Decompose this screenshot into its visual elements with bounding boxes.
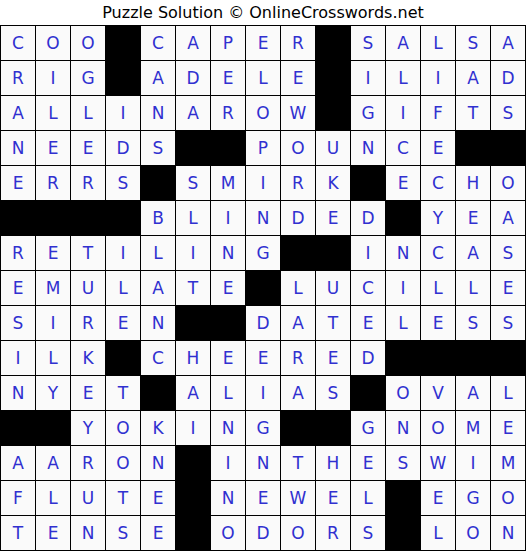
letter-cell: I — [176, 236, 210, 270]
letter-cell: O — [281, 516, 315, 550]
block-cell — [456, 341, 490, 375]
letter-cell: O — [71, 26, 105, 60]
letter-cell: E — [421, 306, 455, 340]
block-cell — [491, 341, 525, 375]
block-cell — [176, 306, 210, 340]
letter-cell: E — [456, 201, 490, 235]
letter-cell: M — [36, 271, 70, 305]
letter-cell: A — [176, 96, 210, 130]
letter-cell: N — [1, 131, 35, 165]
letter-cell: U — [71, 271, 105, 305]
letter-cell: L — [141, 236, 175, 270]
letter-cell: V — [421, 376, 455, 410]
letter-cell: S — [1, 306, 35, 340]
letter-cell: E — [71, 376, 105, 410]
letter-cell: N — [141, 306, 175, 340]
letter-cell: D — [351, 201, 385, 235]
letter-cell: A — [491, 26, 525, 60]
letter-cell: S — [491, 306, 525, 340]
letter-cell: E — [316, 341, 350, 375]
letter-cell: L — [351, 481, 385, 515]
letter-cell: L — [386, 61, 420, 95]
crossword-grid: COOCAPERSALSARIGADELEILIADALLINAROWGIFTS… — [0, 25, 526, 551]
letter-cell: C — [386, 131, 420, 165]
letter-cell: S — [106, 166, 140, 200]
letter-cell: G — [456, 481, 490, 515]
letter-cell: S — [351, 516, 385, 550]
letter-cell: R — [36, 166, 70, 200]
letter-cell: C — [1, 26, 35, 60]
letter-cell: D — [246, 306, 280, 340]
block-cell — [211, 306, 245, 340]
letter-cell: T — [456, 96, 490, 130]
block-cell — [1, 201, 35, 235]
letter-cell: M — [491, 446, 525, 480]
block-cell — [386, 201, 420, 235]
letter-cell: R — [316, 516, 350, 550]
letter-cell: D — [491, 61, 525, 95]
block-cell — [351, 166, 385, 200]
letter-cell: O — [106, 446, 140, 480]
block-cell — [106, 201, 140, 235]
letter-cell: I — [246, 376, 280, 410]
letter-cell: N — [211, 236, 245, 270]
letter-cell: A — [1, 96, 35, 130]
letter-cell: E — [141, 481, 175, 515]
letter-cell: S — [176, 166, 210, 200]
block-cell — [386, 341, 420, 375]
letter-cell: E — [351, 306, 385, 340]
letter-cell: D — [351, 341, 385, 375]
letter-cell: D — [106, 131, 140, 165]
letter-cell: R — [281, 26, 315, 60]
letter-cell: T — [71, 236, 105, 270]
letter-cell: N — [71, 516, 105, 550]
letter-cell: E — [36, 236, 70, 270]
letter-cell: T — [106, 376, 140, 410]
letter-cell: N — [351, 131, 385, 165]
block-cell — [421, 341, 455, 375]
letter-cell: A — [386, 26, 420, 60]
letter-cell: I — [386, 271, 420, 305]
letter-cell: P — [246, 131, 280, 165]
letter-cell: R — [281, 341, 315, 375]
letter-cell: C — [421, 236, 455, 270]
letter-cell: E — [106, 306, 140, 340]
letter-cell: O — [491, 166, 525, 200]
letter-cell: E — [71, 131, 105, 165]
letter-cell: I — [36, 61, 70, 95]
block-cell — [176, 446, 210, 480]
letter-cell: L — [176, 201, 210, 235]
letter-cell: D — [246, 516, 280, 550]
block-cell — [106, 341, 140, 375]
letter-cell: A — [176, 376, 210, 410]
letter-cell: S — [351, 26, 385, 60]
letter-cell: C — [421, 166, 455, 200]
letter-cell: N — [141, 446, 175, 480]
letter-cell: L — [106, 271, 140, 305]
letter-cell: T — [281, 446, 315, 480]
letter-cell: R — [1, 61, 35, 95]
letter-cell: A — [141, 61, 175, 95]
letter-cell: N — [141, 96, 175, 130]
letter-cell: S — [316, 376, 350, 410]
letter-cell: L — [36, 341, 70, 375]
block-cell — [386, 481, 420, 515]
block-cell — [316, 96, 350, 130]
block-cell — [491, 131, 525, 165]
letter-cell: A — [456, 61, 490, 95]
letter-cell: A — [1, 446, 35, 480]
letter-cell: L — [36, 481, 70, 515]
letter-cell: A — [456, 376, 490, 410]
letter-cell: I — [421, 61, 455, 95]
letter-cell: K — [141, 411, 175, 445]
block-cell — [141, 376, 175, 410]
letter-cell: C — [351, 271, 385, 305]
letter-cell: E — [351, 446, 385, 480]
letter-cell: I — [36, 306, 70, 340]
letter-cell: C — [141, 341, 175, 375]
block-cell — [351, 376, 385, 410]
letter-cell: I — [211, 201, 245, 235]
block-cell — [106, 26, 140, 60]
letter-cell: I — [211, 446, 245, 480]
letter-cell: O — [386, 376, 420, 410]
letter-cell: I — [351, 61, 385, 95]
letter-cell: S — [456, 26, 490, 60]
letter-cell: N — [386, 236, 420, 270]
block-cell — [71, 201, 105, 235]
letter-cell: D — [281, 201, 315, 235]
letter-cell: C — [141, 26, 175, 60]
letter-cell: E — [246, 481, 280, 515]
letter-cell: L — [71, 96, 105, 130]
letter-cell: E — [211, 341, 245, 375]
letter-cell: D — [176, 61, 210, 95]
letter-cell: E — [246, 341, 280, 375]
letter-cell: Y — [36, 376, 70, 410]
letter-cell: E — [1, 271, 35, 305]
letter-cell: P — [211, 26, 245, 60]
letter-cell: R — [1, 236, 35, 270]
block-cell — [386, 516, 420, 550]
letter-cell: E — [421, 481, 455, 515]
letter-cell: L — [456, 271, 490, 305]
letter-cell: O — [456, 516, 490, 550]
block-cell — [176, 131, 210, 165]
letter-cell: N — [211, 481, 245, 515]
letter-cell: R — [281, 166, 315, 200]
letter-cell: I — [1, 341, 35, 375]
letter-cell: N — [246, 446, 280, 480]
letter-cell: N — [491, 516, 525, 550]
letter-cell: K — [71, 341, 105, 375]
letter-cell: E — [211, 61, 245, 95]
letter-cell: M — [211, 166, 245, 200]
letter-cell: I — [351, 236, 385, 270]
letter-cell: T — [316, 306, 350, 340]
letter-cell: S — [386, 446, 420, 480]
letter-cell: L — [246, 61, 280, 95]
letter-cell: W — [281, 481, 315, 515]
letter-cell: A — [176, 26, 210, 60]
letter-cell: I — [456, 446, 490, 480]
letter-cell: G — [246, 236, 280, 270]
letter-cell: O — [281, 131, 315, 165]
letter-cell: R — [71, 446, 105, 480]
block-cell — [316, 26, 350, 60]
block-cell — [456, 131, 490, 165]
letter-cell: L — [421, 271, 455, 305]
letter-cell: A — [281, 376, 315, 410]
letter-cell: E — [246, 26, 280, 60]
letter-cell: A — [36, 446, 70, 480]
letter-cell: I — [246, 166, 280, 200]
letter-cell: I — [386, 96, 420, 130]
letter-cell: L — [211, 376, 245, 410]
letter-cell: E — [316, 201, 350, 235]
letter-cell: E — [1, 166, 35, 200]
letter-cell: U — [316, 271, 350, 305]
letter-cell: R — [211, 96, 245, 130]
letter-cell: O — [246, 96, 280, 130]
letter-cell: H — [176, 341, 210, 375]
letter-cell: Y — [421, 201, 455, 235]
letter-cell: I — [106, 236, 140, 270]
letter-cell: E — [281, 61, 315, 95]
letter-cell: H — [456, 166, 490, 200]
letter-cell: E — [421, 131, 455, 165]
letter-cell: H — [316, 446, 350, 480]
letter-cell: I — [176, 411, 210, 445]
letter-cell: L — [421, 516, 455, 550]
block-cell — [316, 236, 350, 270]
letter-cell: B — [141, 201, 175, 235]
block-cell — [141, 166, 175, 200]
letter-cell: A — [491, 201, 525, 235]
letter-cell: S — [491, 96, 525, 130]
letter-cell: U — [71, 481, 105, 515]
letter-cell: E — [141, 516, 175, 550]
letter-cell: F — [421, 96, 455, 130]
letter-cell: G — [246, 411, 280, 445]
letter-cell: O — [36, 26, 70, 60]
letter-cell: L — [386, 306, 420, 340]
page-title: Puzzle Solution © OnlineCrosswords.net — [0, 0, 526, 25]
letter-cell: T — [176, 271, 210, 305]
letter-cell: L — [36, 96, 70, 130]
letter-cell: E — [491, 411, 525, 445]
letter-cell: N — [386, 411, 420, 445]
letter-cell: U — [316, 131, 350, 165]
letter-cell: Y — [71, 411, 105, 445]
letter-cell: A — [141, 271, 175, 305]
letter-cell: A — [281, 306, 315, 340]
letter-cell: S — [141, 131, 175, 165]
letter-cell: R — [71, 166, 105, 200]
letter-cell: G — [71, 61, 105, 95]
block-cell — [246, 271, 280, 305]
block-cell — [281, 236, 315, 270]
block-cell — [316, 411, 350, 445]
letter-cell: R — [71, 306, 105, 340]
letter-cell: S — [106, 516, 140, 550]
letter-cell: L — [281, 271, 315, 305]
letter-cell: E — [316, 481, 350, 515]
block-cell — [281, 411, 315, 445]
letter-cell: G — [351, 411, 385, 445]
block-cell — [106, 61, 140, 95]
letter-cell: I — [106, 96, 140, 130]
letter-cell: W — [281, 96, 315, 130]
letter-cell: O — [106, 411, 140, 445]
letter-cell: S — [491, 236, 525, 270]
letter-cell: G — [351, 96, 385, 130]
letter-cell: S — [456, 306, 490, 340]
letter-cell: E — [36, 516, 70, 550]
block-cell — [211, 131, 245, 165]
letter-cell: W — [421, 446, 455, 480]
letter-cell: E — [211, 271, 245, 305]
crossword-page: Puzzle Solution © OnlineCrosswords.net C… — [0, 0, 526, 551]
block-cell — [36, 201, 70, 235]
letter-cell: N — [211, 411, 245, 445]
letter-cell: O — [421, 411, 455, 445]
letter-cell: N — [1, 376, 35, 410]
block-cell — [36, 411, 70, 445]
letter-cell: T — [106, 481, 140, 515]
letter-cell: L — [491, 376, 525, 410]
letter-cell: L — [421, 26, 455, 60]
letter-cell: O — [491, 481, 525, 515]
letter-cell: A — [456, 236, 490, 270]
letter-cell: E — [386, 166, 420, 200]
block-cell — [176, 516, 210, 550]
letter-cell: T — [1, 516, 35, 550]
block-cell — [316, 61, 350, 95]
letter-cell: N — [246, 201, 280, 235]
block-cell — [176, 481, 210, 515]
letter-cell: O — [211, 516, 245, 550]
letter-cell: E — [36, 131, 70, 165]
letter-cell: E — [491, 271, 525, 305]
letter-cell: F — [1, 481, 35, 515]
block-cell — [1, 411, 35, 445]
letter-cell: K — [316, 166, 350, 200]
letter-cell: M — [456, 411, 490, 445]
